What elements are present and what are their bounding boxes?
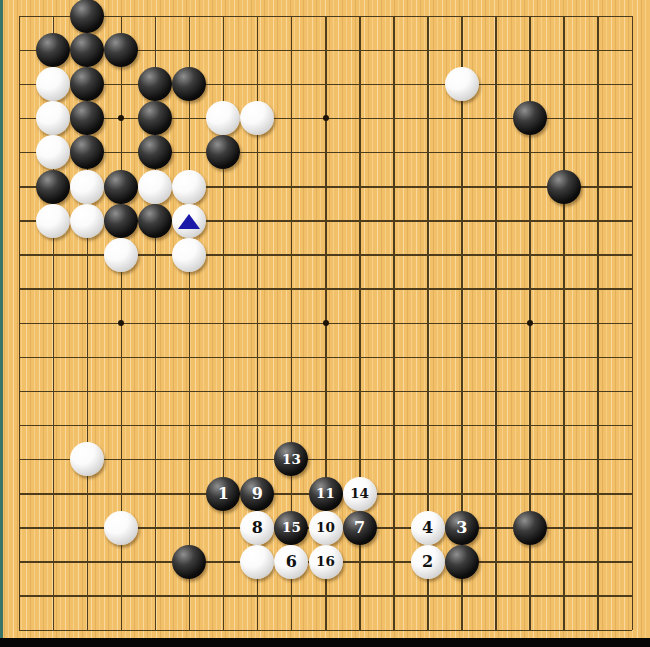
go-app-window: 13191114815107436162 [0, 0, 650, 647]
grid-line-horizontal [19, 459, 632, 461]
star-point [527, 320, 533, 326]
white-stone[interactable] [36, 204, 70, 238]
move-number-label: 11 [316, 487, 335, 501]
black-stone[interactable]: 7 [343, 511, 377, 545]
white-stone[interactable]: 14 [343, 477, 377, 511]
move-number-label: 4 [422, 520, 433, 536]
move-number-label: 7 [354, 520, 365, 536]
grid-line-horizontal [19, 391, 632, 393]
white-stone[interactable] [104, 238, 138, 272]
black-stone[interactable] [70, 33, 104, 67]
triangle-marker-icon [178, 214, 200, 229]
white-stone[interactable]: 10 [309, 511, 343, 545]
white-stone[interactable] [240, 101, 274, 135]
white-stone[interactable] [70, 170, 104, 204]
white-stone[interactable] [206, 101, 240, 135]
black-stone[interactable]: 9 [240, 477, 274, 511]
go-board[interactable]: 13191114815107436162 [0, 0, 650, 638]
black-stone[interactable] [445, 545, 479, 579]
black-stone[interactable] [36, 33, 70, 67]
grid-line-vertical [597, 16, 599, 630]
move-number-label: 1 [218, 486, 229, 502]
move-number-label: 15 [282, 521, 301, 535]
grid-line-horizontal [19, 357, 632, 359]
move-number-label: 6 [286, 554, 297, 570]
star-point [118, 320, 124, 326]
black-stone[interactable]: 11 [309, 477, 343, 511]
white-stone[interactable] [70, 442, 104, 476]
black-stone[interactable] [172, 545, 206, 579]
white-stone[interactable]: 8 [240, 511, 274, 545]
black-stone[interactable] [138, 67, 172, 101]
grid-line-horizontal [19, 425, 632, 427]
black-stone[interactable]: 15 [274, 511, 308, 545]
black-stone[interactable] [36, 170, 70, 204]
move-number-label: 9 [252, 486, 263, 502]
white-stone[interactable] [172, 170, 206, 204]
black-stone[interactable] [70, 0, 104, 33]
move-number-label: 10 [316, 521, 335, 535]
grid-line-vertical [563, 16, 565, 630]
white-stone[interactable] [36, 101, 70, 135]
white-stone[interactable] [36, 67, 70, 101]
grid-line-vertical [393, 16, 395, 630]
white-stone[interactable] [445, 67, 479, 101]
white-stone[interactable] [240, 545, 274, 579]
black-stone[interactable]: 3 [445, 511, 479, 545]
white-stone[interactable] [138, 170, 172, 204]
black-stone[interactable] [70, 101, 104, 135]
white-stone[interactable] [36, 135, 70, 169]
black-stone[interactable] [513, 511, 547, 545]
white-stone[interactable]: 6 [274, 545, 308, 579]
white-stone[interactable]: 4 [411, 511, 445, 545]
bottom-bar [0, 638, 650, 647]
move-number-label: 3 [456, 520, 467, 536]
black-stone[interactable] [70, 135, 104, 169]
move-number-label: 2 [422, 554, 433, 570]
star-point [323, 115, 329, 121]
move-number-label: 16 [316, 555, 335, 569]
white-stone[interactable]: 2 [411, 545, 445, 579]
move-number-label: 8 [252, 520, 263, 536]
grid-line-horizontal [19, 630, 632, 632]
window-edge-strip [0, 0, 3, 647]
white-stone[interactable] [172, 204, 206, 238]
black-stone[interactable]: 13 [274, 442, 308, 476]
black-stone[interactable] [138, 135, 172, 169]
white-stone[interactable]: 16 [309, 545, 343, 579]
black-stone[interactable] [206, 135, 240, 169]
star-point [118, 115, 124, 121]
move-number-label: 13 [282, 453, 301, 467]
white-stone[interactable] [172, 238, 206, 272]
grid-line-vertical [495, 16, 497, 630]
black-stone[interactable] [70, 67, 104, 101]
black-stone[interactable] [172, 67, 206, 101]
black-stone[interactable] [104, 204, 138, 238]
grid-line-vertical [632, 16, 634, 630]
black-stone[interactable]: 1 [206, 477, 240, 511]
star-point [323, 320, 329, 326]
white-stone[interactable] [104, 511, 138, 545]
grid-line-horizontal [19, 595, 632, 597]
black-stone[interactable] [513, 101, 547, 135]
black-stone[interactable] [547, 170, 581, 204]
black-stone[interactable] [138, 101, 172, 135]
move-number-label: 14 [350, 487, 369, 501]
white-stone[interactable] [70, 204, 104, 238]
black-stone[interactable] [104, 170, 138, 204]
black-stone[interactable] [138, 204, 172, 238]
black-stone[interactable] [104, 33, 138, 67]
